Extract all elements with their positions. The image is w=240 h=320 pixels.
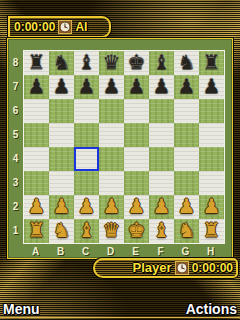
piece-white-pawn: ♟: [199, 195, 224, 219]
square-f1[interactable]: ♝: [149, 219, 174, 243]
square-a3[interactable]: [24, 171, 49, 195]
rank-label-7: 7: [8, 74, 23, 98]
square-d6[interactable]: [99, 99, 124, 123]
square-f8[interactable]: ♝: [149, 51, 174, 75]
square-g1[interactable]: ♞: [174, 219, 199, 243]
square-g4[interactable]: [174, 147, 199, 171]
square-g7[interactable]: ♟: [174, 75, 199, 99]
square-b7[interactable]: ♟: [49, 75, 74, 99]
square-d2[interactable]: ♟: [99, 195, 124, 219]
piece-black-bishop: ♝: [74, 51, 99, 75]
ai-clock-tab: 0:00:00 AI: [8, 16, 111, 38]
piece-white-pawn: ♟: [49, 195, 74, 219]
piece-white-pawn: ♟: [74, 195, 99, 219]
piece-black-pawn: ♟: [124, 75, 149, 99]
square-h2[interactable]: ♟: [199, 195, 224, 219]
player-label: Player: [133, 262, 172, 274]
square-c3[interactable]: [74, 171, 99, 195]
rank-label-3: 3: [8, 170, 23, 194]
square-g3[interactable]: [174, 171, 199, 195]
square-c8[interactable]: ♝: [74, 51, 99, 75]
file-labels: ABCDEFGH: [23, 245, 223, 258]
rank-label-4: 4: [8, 146, 23, 170]
square-a4[interactable]: [24, 147, 49, 171]
piece-black-pawn: ♟: [99, 75, 124, 99]
square-e4[interactable]: [124, 147, 149, 171]
piece-black-queen: ♛: [99, 51, 124, 75]
piece-white-rook: ♜: [199, 219, 224, 243]
piece-white-pawn: ♟: [174, 195, 199, 219]
square-b4[interactable]: [49, 147, 74, 171]
square-h3[interactable]: [199, 171, 224, 195]
square-b5[interactable]: [49, 123, 74, 147]
piece-black-pawn: ♟: [199, 75, 224, 99]
square-f6[interactable]: [149, 99, 174, 123]
piece-white-king: ♚: [124, 219, 149, 243]
square-h4[interactable]: [199, 147, 224, 171]
piece-black-pawn: ♟: [49, 75, 74, 99]
square-f2[interactable]: ♟: [149, 195, 174, 219]
square-f3[interactable]: [149, 171, 174, 195]
piece-black-bishop: ♝: [149, 51, 174, 75]
rank-label-5: 5: [8, 122, 23, 146]
clock-icon: [175, 261, 189, 275]
piece-black-pawn: ♟: [74, 75, 99, 99]
square-g8[interactable]: ♞: [174, 51, 199, 75]
actions-softkey[interactable]: Actions: [186, 301, 237, 317]
square-d4[interactable]: [99, 147, 124, 171]
square-h8[interactable]: ♜: [199, 51, 224, 75]
square-b2[interactable]: ♟: [49, 195, 74, 219]
piece-white-pawn: ♟: [24, 195, 49, 219]
file-label-a: A: [23, 245, 48, 258]
square-c1[interactable]: ♝: [74, 219, 99, 243]
rank-labels: 87654321: [8, 50, 23, 242]
square-f5[interactable]: [149, 123, 174, 147]
square-a6[interactable]: [24, 99, 49, 123]
phone-screen: 0:00:00 AI 87654321 ♜♞♝♛♚♝♞♜♟♟♟♟♟♟♟♟♟♟♟♟…: [0, 0, 240, 320]
square-c4[interactable]: [74, 147, 99, 171]
piece-white-pawn: ♟: [149, 195, 174, 219]
piece-white-rook: ♜: [24, 219, 49, 243]
square-e8[interactable]: ♚: [124, 51, 149, 75]
piece-black-knight: ♞: [49, 51, 74, 75]
file-label-g: G: [173, 245, 198, 258]
square-b8[interactable]: ♞: [49, 51, 74, 75]
square-d8[interactable]: ♛: [99, 51, 124, 75]
menu-softkey[interactable]: Menu: [3, 301, 40, 317]
piece-white-bishop: ♝: [149, 219, 174, 243]
piece-white-queen: ♛: [99, 219, 124, 243]
rank-label-1: 1: [8, 218, 23, 242]
square-a2[interactable]: ♟: [24, 195, 49, 219]
square-c7[interactable]: ♟: [74, 75, 99, 99]
player-clock-value: 0:00:00: [192, 262, 233, 274]
chess-board: 87654321 ♜♞♝♛♚♝♞♜♟♟♟♟♟♟♟♟♟♟♟♟♟♟♟♟♜♞♝♛♚♝♞…: [7, 38, 233, 259]
file-label-e: E: [123, 245, 148, 258]
square-e1[interactable]: ♚: [124, 219, 149, 243]
piece-white-bishop: ♝: [74, 219, 99, 243]
piece-black-pawn: ♟: [174, 75, 199, 99]
ai-clock-value: 0:00:00: [14, 21, 55, 33]
square-c5[interactable]: [74, 123, 99, 147]
square-e3[interactable]: [124, 171, 149, 195]
piece-black-pawn: ♟: [24, 75, 49, 99]
square-b3[interactable]: [49, 171, 74, 195]
square-g2[interactable]: ♟: [174, 195, 199, 219]
ai-label: AI: [75, 21, 87, 33]
rank-label-8: 8: [8, 50, 23, 74]
piece-black-knight: ♞: [174, 51, 199, 75]
file-label-h: H: [198, 245, 223, 258]
square-a1[interactable]: ♜: [24, 219, 49, 243]
piece-white-pawn: ♟: [124, 195, 149, 219]
rank-label-2: 2: [8, 194, 23, 218]
file-label-d: D: [98, 245, 123, 258]
square-g5[interactable]: [174, 123, 199, 147]
clock-icon: [58, 20, 72, 34]
square-h1[interactable]: ♜: [199, 219, 224, 243]
square-e5[interactable]: [124, 123, 149, 147]
square-f4[interactable]: [149, 147, 174, 171]
file-label-f: F: [148, 245, 173, 258]
square-e2[interactable]: ♟: [124, 195, 149, 219]
square-d3[interactable]: [99, 171, 124, 195]
piece-white-knight: ♞: [174, 219, 199, 243]
square-e6[interactable]: [124, 99, 149, 123]
square-c2[interactable]: ♟: [74, 195, 99, 219]
square-h6[interactable]: [199, 99, 224, 123]
piece-black-rook: ♜: [24, 51, 49, 75]
square-d1[interactable]: ♛: [99, 219, 124, 243]
square-c6[interactable]: [74, 99, 99, 123]
square-g6[interactable]: [174, 99, 199, 123]
square-d5[interactable]: [99, 123, 124, 147]
file-label-b: B: [48, 245, 73, 258]
square-h5[interactable]: [199, 123, 224, 147]
piece-white-pawn: ♟: [99, 195, 124, 219]
square-a5[interactable]: [24, 123, 49, 147]
player-clock-tab: Player 0:00:00: [93, 258, 238, 278]
square-b1[interactable]: ♞: [49, 219, 74, 243]
square-a8[interactable]: ♜: [24, 51, 49, 75]
square-b6[interactable]: [49, 99, 74, 123]
piece-black-king: ♚: [124, 51, 149, 75]
piece-black-rook: ♜: [199, 51, 224, 75]
square-e7[interactable]: ♟: [124, 75, 149, 99]
file-label-c: C: [73, 245, 98, 258]
piece-white-knight: ♞: [49, 219, 74, 243]
square-a7[interactable]: ♟: [24, 75, 49, 99]
square-d7[interactable]: ♟: [99, 75, 124, 99]
bottom-edge-line: [0, 317, 240, 318]
board-grid: ♜♞♝♛♚♝♞♜♟♟♟♟♟♟♟♟♟♟♟♟♟♟♟♟♜♞♝♛♚♝♞♜: [23, 50, 225, 244]
rank-label-6: 6: [8, 98, 23, 122]
piece-black-pawn: ♟: [149, 75, 174, 99]
square-f7[interactable]: ♟: [149, 75, 174, 99]
square-h7[interactable]: ♟: [199, 75, 224, 99]
